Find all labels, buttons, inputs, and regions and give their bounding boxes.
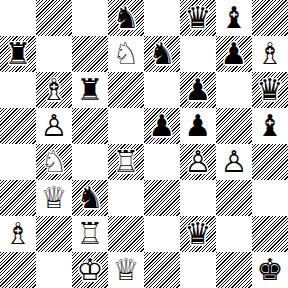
- square-f8[interactable]: ♛♛: [180, 0, 216, 36]
- square-a1[interactable]: [0, 252, 36, 288]
- square-h8[interactable]: [252, 0, 288, 36]
- black-pawn-glyph: ♟: [144, 108, 180, 144]
- square-d5[interactable]: [108, 108, 144, 144]
- square-c6[interactable]: ♜♜: [72, 72, 108, 108]
- square-b6[interactable]: ♝♗: [36, 72, 72, 108]
- black-bishop: ♝♝: [252, 108, 288, 144]
- square-f5[interactable]: ♟♟: [180, 108, 216, 144]
- black-knight: ♞♞: [108, 0, 144, 36]
- black-knight: ♞♞: [144, 36, 180, 72]
- white-pawn-glyph: ♙: [180, 144, 216, 180]
- square-d3[interactable]: [108, 180, 144, 216]
- square-b2[interactable]: [36, 216, 72, 252]
- white-knight-glyph: ♘: [108, 36, 144, 72]
- square-c8[interactable]: [72, 0, 108, 36]
- white-knight-glyph: ♘: [36, 144, 72, 180]
- white-rook-glyph: ♖: [108, 144, 144, 180]
- white-bishop-glyph: ♗: [252, 36, 288, 72]
- black-queen-glyph: ♛: [180, 216, 216, 252]
- square-c4[interactable]: [72, 144, 108, 180]
- black-queen: ♛♛: [252, 72, 288, 108]
- square-a2[interactable]: ♝♗: [0, 216, 36, 252]
- white-pawn-glyph: ♙: [216, 144, 252, 180]
- square-h2[interactable]: [252, 216, 288, 252]
- square-g3[interactable]: [216, 180, 252, 216]
- square-g2[interactable]: [216, 216, 252, 252]
- square-a5[interactable]: [0, 108, 36, 144]
- white-king-glyph: ♔: [72, 252, 108, 288]
- square-d6[interactable]: [108, 72, 144, 108]
- black-pawn-glyph: ♟: [180, 108, 216, 144]
- white-queen-glyph: ♕: [108, 252, 144, 288]
- black-rook: ♜♜: [0, 36, 36, 72]
- square-d2[interactable]: [108, 216, 144, 252]
- black-pawn: ♟♟: [144, 108, 180, 144]
- black-knight-glyph: ♞: [72, 180, 108, 216]
- square-g8[interactable]: ♝♝: [216, 0, 252, 36]
- black-bishop-glyph: ♝: [252, 108, 288, 144]
- square-a6[interactable]: [0, 72, 36, 108]
- square-f1[interactable]: [180, 252, 216, 288]
- black-knight: ♞♞: [72, 180, 108, 216]
- square-e2[interactable]: [144, 216, 180, 252]
- black-king-glyph: ♚: [252, 252, 288, 288]
- white-rook: ♜♖: [108, 144, 144, 180]
- square-c7[interactable]: [72, 36, 108, 72]
- square-b4[interactable]: ♞♘: [36, 144, 72, 180]
- white-queen-glyph: ♕: [36, 180, 72, 216]
- white-queen: ♛♕: [108, 252, 144, 288]
- square-e3[interactable]: [144, 180, 180, 216]
- white-rook: ♜♖: [72, 216, 108, 252]
- white-queen: ♛♕: [36, 180, 72, 216]
- square-a8[interactable]: [0, 0, 36, 36]
- black-pawn: ♟♟: [216, 36, 252, 72]
- square-g6[interactable]: [216, 72, 252, 108]
- square-e5[interactable]: ♟♟: [144, 108, 180, 144]
- white-pawn: ♟♙: [36, 108, 72, 144]
- square-h4[interactable]: [252, 144, 288, 180]
- square-d4[interactable]: ♜♖: [108, 144, 144, 180]
- square-e6[interactable]: [144, 72, 180, 108]
- black-pawn-glyph: ♟: [216, 36, 252, 72]
- square-h1[interactable]: ♚♚: [252, 252, 288, 288]
- black-pawn: ♟♟: [180, 108, 216, 144]
- square-h7[interactable]: ♝♗: [252, 36, 288, 72]
- square-a7[interactable]: ♜♜: [0, 36, 36, 72]
- square-e8[interactable]: [144, 0, 180, 36]
- square-d7[interactable]: ♞♘: [108, 36, 144, 72]
- square-e7[interactable]: ♞♞: [144, 36, 180, 72]
- black-knight-glyph: ♞: [108, 0, 144, 36]
- square-h6[interactable]: ♛♛: [252, 72, 288, 108]
- square-b5[interactable]: ♟♙: [36, 108, 72, 144]
- square-g5[interactable]: [216, 108, 252, 144]
- square-d8[interactable]: ♞♞: [108, 0, 144, 36]
- square-g1[interactable]: [216, 252, 252, 288]
- square-f3[interactable]: [180, 180, 216, 216]
- white-bishop-glyph: ♗: [0, 216, 36, 252]
- square-e1[interactable]: [144, 252, 180, 288]
- square-b8[interactable]: [36, 0, 72, 36]
- black-rook: ♜♜: [72, 72, 108, 108]
- black-knight-glyph: ♞: [144, 36, 180, 72]
- black-king: ♚♚: [252, 252, 288, 288]
- square-f7[interactable]: [180, 36, 216, 72]
- black-queen: ♛♛: [180, 0, 216, 36]
- square-c1[interactable]: ♚♔: [72, 252, 108, 288]
- square-d1[interactable]: ♛♕: [108, 252, 144, 288]
- black-queen-glyph: ♛: [180, 0, 216, 36]
- white-bishop-glyph: ♗: [36, 72, 72, 108]
- white-knight: ♞♘: [36, 144, 72, 180]
- square-c5[interactable]: [72, 108, 108, 144]
- square-f4[interactable]: ♟♙: [180, 144, 216, 180]
- white-rook-glyph: ♖: [72, 216, 108, 252]
- white-bishop: ♝♗: [252, 36, 288, 72]
- square-e4[interactable]: [144, 144, 180, 180]
- white-bishop: ♝♗: [36, 72, 72, 108]
- square-c3[interactable]: ♞♞: [72, 180, 108, 216]
- black-rook-glyph: ♜: [0, 36, 36, 72]
- square-f6[interactable]: ♟♟: [180, 72, 216, 108]
- white-knight: ♞♘: [108, 36, 144, 72]
- square-a4[interactable]: [0, 144, 36, 180]
- square-a3[interactable]: [0, 180, 36, 216]
- chess-board: ♞♞♛♛♝♝♜♜♞♘♞♞♟♟♝♗♝♗♜♜♟♟♛♛♟♙♟♟♟♟♝♝♞♘♜♖♟♙♟♙…: [0, 0, 288, 288]
- square-g7[interactable]: ♟♟: [216, 36, 252, 72]
- white-pawn-glyph: ♙: [36, 108, 72, 144]
- black-pawn: ♟♟: [180, 72, 216, 108]
- square-c2[interactable]: ♜♖: [72, 216, 108, 252]
- square-b3[interactable]: ♛♕: [36, 180, 72, 216]
- black-rook-glyph: ♜: [72, 72, 108, 108]
- square-f2[interactable]: ♛♛: [180, 216, 216, 252]
- white-king: ♚♔: [72, 252, 108, 288]
- black-pawn-glyph: ♟: [180, 72, 216, 108]
- square-b1[interactable]: [36, 252, 72, 288]
- square-h3[interactable]: [252, 180, 288, 216]
- square-h5[interactable]: ♝♝: [252, 108, 288, 144]
- white-bishop: ♝♗: [0, 216, 36, 252]
- square-b7[interactable]: [36, 36, 72, 72]
- white-pawn: ♟♙: [216, 144, 252, 180]
- square-g4[interactable]: ♟♙: [216, 144, 252, 180]
- black-queen-glyph: ♛: [252, 72, 288, 108]
- black-bishop: ♝♝: [216, 0, 252, 36]
- black-queen: ♛♛: [180, 216, 216, 252]
- black-bishop-glyph: ♝: [216, 0, 252, 36]
- white-pawn: ♟♙: [180, 144, 216, 180]
